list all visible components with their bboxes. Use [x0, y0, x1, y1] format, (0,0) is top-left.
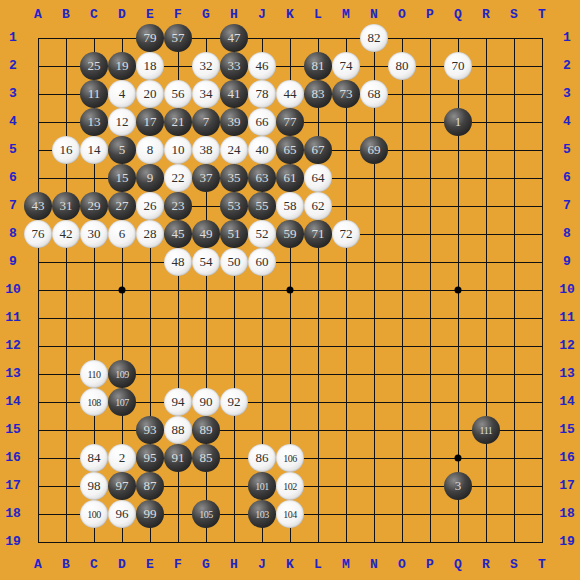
col-label: B — [52, 553, 80, 577]
move-number: 31 — [60, 198, 73, 214]
move-number: 82 — [368, 30, 381, 46]
col-label: Q — [444, 553, 472, 577]
move-number: 14 — [88, 142, 101, 158]
stone-black-35: 35 — [220, 164, 248, 192]
row-label: 11 — [554, 304, 580, 332]
move-number: 83 — [312, 86, 325, 102]
move-number: 51 — [228, 226, 241, 242]
move-number: 93 — [144, 422, 157, 438]
stone-white-24: 24 — [220, 136, 248, 164]
stone-black-71: 71 — [304, 220, 332, 248]
row-label: 1 — [554, 24, 580, 52]
move-number: 18 — [144, 58, 157, 74]
move-number: 15 — [116, 170, 129, 186]
stone-white-96: 96 — [108, 500, 136, 528]
col-label: G — [192, 553, 220, 577]
move-number: 63 — [256, 170, 269, 186]
move-number: 110 — [87, 369, 100, 380]
row-label: 7 — [0, 192, 26, 220]
move-number: 94 — [172, 394, 185, 410]
stone-black-61: 61 — [276, 164, 304, 192]
row-label: 14 — [0, 388, 26, 416]
stone-white-8: 8 — [136, 136, 164, 164]
move-number: 49 — [200, 226, 213, 242]
row-label: 13 — [554, 360, 580, 388]
stone-white-2: 2 — [108, 444, 136, 472]
move-number: 22 — [172, 170, 185, 186]
move-number: 62 — [312, 198, 325, 214]
stone-white-50: 50 — [220, 248, 248, 276]
stone-black-39: 39 — [220, 108, 248, 136]
stone-black-111: 111 — [472, 416, 500, 444]
row-label: 13 — [0, 360, 26, 388]
move-number: 25 — [88, 58, 101, 74]
stone-white-64: 64 — [304, 164, 332, 192]
row-label: 16 — [0, 444, 26, 472]
col-label: P — [416, 553, 444, 577]
stone-white-104: 104 — [276, 500, 304, 528]
stone-white-34: 34 — [192, 80, 220, 108]
move-number: 38 — [200, 142, 213, 158]
move-number: 69 — [368, 142, 381, 158]
go-board: ABCDEFGHJKLMNOPQRST ABCDEFGHJKLMNOPQRST … — [0, 0, 580, 580]
move-number: 65 — [284, 142, 297, 158]
stone-black-51: 51 — [220, 220, 248, 248]
move-number: 77 — [284, 114, 297, 130]
stone-white-12: 12 — [108, 108, 136, 136]
stone-black-109: 109 — [108, 360, 136, 388]
stone-white-52: 52 — [248, 220, 276, 248]
move-number: 7 — [203, 114, 210, 130]
stone-white-88: 88 — [164, 416, 192, 444]
stone-white-68: 68 — [360, 80, 388, 108]
move-number: 79 — [144, 30, 157, 46]
stone-white-76: 76 — [24, 220, 52, 248]
row-labels-right: 12345678910111213141516171819 — [554, 24, 580, 556]
stone-white-42: 42 — [52, 220, 80, 248]
move-number: 9 — [147, 170, 154, 186]
stone-black-27: 27 — [108, 192, 136, 220]
row-label: 12 — [0, 332, 26, 360]
stone-white-20: 20 — [136, 80, 164, 108]
move-number: 8 — [147, 142, 154, 158]
row-label: 2 — [554, 52, 580, 80]
move-number: 91 — [172, 450, 185, 466]
stone-white-98: 98 — [80, 472, 108, 500]
stone-black-9: 9 — [136, 164, 164, 192]
stone-white-110: 110 — [80, 360, 108, 388]
stone-black-59: 59 — [276, 220, 304, 248]
move-number: 96 — [116, 506, 129, 522]
row-label: 9 — [0, 248, 26, 276]
stone-white-26: 26 — [136, 192, 164, 220]
stone-black-25: 25 — [80, 52, 108, 80]
move-number: 55 — [256, 198, 269, 214]
stone-white-28: 28 — [136, 220, 164, 248]
board-grid[interactable]: 1234567891011121314151617181920212223242… — [24, 24, 556, 556]
move-number: 76 — [32, 226, 45, 242]
move-number: 24 — [228, 142, 241, 158]
stone-white-16: 16 — [52, 136, 80, 164]
move-number: 33 — [228, 58, 241, 74]
move-number: 81 — [312, 58, 325, 74]
stone-black-69: 69 — [360, 136, 388, 164]
move-number: 11 — [88, 86, 101, 102]
move-number: 19 — [116, 58, 129, 74]
move-number: 80 — [396, 58, 409, 74]
move-number: 111 — [480, 425, 493, 436]
move-number: 28 — [144, 226, 157, 242]
row-label: 3 — [0, 80, 26, 108]
row-label: 9 — [554, 248, 580, 276]
stone-black-105: 105 — [192, 500, 220, 528]
move-number: 20 — [144, 86, 157, 102]
move-number: 27 — [116, 198, 129, 214]
row-label: 6 — [0, 164, 26, 192]
move-number: 85 — [200, 450, 213, 466]
move-number: 32 — [200, 58, 213, 74]
col-label: C — [80, 553, 108, 577]
stone-black-93: 93 — [136, 416, 164, 444]
move-number: 53 — [228, 198, 241, 214]
stone-black-29: 29 — [80, 192, 108, 220]
stone-black-81: 81 — [304, 52, 332, 80]
stone-black-47: 47 — [220, 24, 248, 52]
stone-white-94: 94 — [164, 388, 192, 416]
stone-black-99: 99 — [136, 500, 164, 528]
stone-black-97: 97 — [108, 472, 136, 500]
stone-black-33: 33 — [220, 52, 248, 80]
move-number: 44 — [284, 86, 297, 102]
row-label: 14 — [554, 388, 580, 416]
stone-white-108: 108 — [80, 388, 108, 416]
row-label: 18 — [554, 500, 580, 528]
row-label: 3 — [554, 80, 580, 108]
move-number: 50 — [228, 254, 241, 270]
move-number: 41 — [228, 86, 241, 102]
row-label: 16 — [554, 444, 580, 472]
stone-black-67: 67 — [304, 136, 332, 164]
stone-white-48: 48 — [164, 248, 192, 276]
stone-white-10: 10 — [164, 136, 192, 164]
stone-white-14: 14 — [80, 136, 108, 164]
move-number: 105 — [199, 509, 213, 520]
stone-black-7: 7 — [192, 108, 220, 136]
stone-black-65: 65 — [276, 136, 304, 164]
move-number: 35 — [228, 170, 241, 186]
row-label: 18 — [0, 500, 26, 528]
move-number: 106 — [283, 453, 297, 464]
stone-black-17: 17 — [136, 108, 164, 136]
move-number: 16 — [60, 142, 73, 158]
col-label: M — [332, 553, 360, 577]
stone-black-95: 95 — [136, 444, 164, 472]
stone-black-15: 15 — [108, 164, 136, 192]
move-number: 109 — [115, 369, 129, 380]
col-label: F — [164, 553, 192, 577]
stone-black-63: 63 — [248, 164, 276, 192]
stone-white-92: 92 — [220, 388, 248, 416]
move-number: 86 — [256, 450, 269, 466]
move-number: 58 — [284, 198, 297, 214]
col-label: A — [24, 553, 52, 577]
row-label: 6 — [554, 164, 580, 192]
stone-black-53: 53 — [220, 192, 248, 220]
stone-black-37: 37 — [192, 164, 220, 192]
stone-black-103: 103 — [248, 500, 276, 528]
move-number: 1 — [455, 114, 462, 130]
stone-white-22: 22 — [164, 164, 192, 192]
col-label: H — [220, 553, 248, 577]
stone-black-1: 1 — [444, 108, 472, 136]
stone-black-57: 57 — [164, 24, 192, 52]
move-number: 57 — [172, 30, 185, 46]
stone-black-43: 43 — [24, 192, 52, 220]
stone-white-80: 80 — [388, 52, 416, 80]
stone-white-70: 70 — [444, 52, 472, 80]
row-label: 15 — [0, 416, 26, 444]
stone-white-6: 6 — [108, 220, 136, 248]
move-number: 67 — [312, 142, 325, 158]
stone-black-55: 55 — [248, 192, 276, 220]
move-number: 72 — [340, 226, 353, 242]
stone-white-4: 4 — [108, 80, 136, 108]
stone-white-46: 46 — [248, 52, 276, 80]
stone-black-85: 85 — [192, 444, 220, 472]
move-number: 45 — [172, 226, 185, 242]
move-number: 98 — [88, 478, 101, 494]
stone-black-11: 11 — [80, 80, 108, 108]
move-number: 71 — [312, 226, 325, 242]
move-number: 52 — [256, 226, 269, 242]
move-number: 60 — [256, 254, 269, 270]
move-number: 2 — [119, 450, 126, 466]
stone-black-5: 5 — [108, 136, 136, 164]
stone-black-87: 87 — [136, 472, 164, 500]
move-number: 64 — [312, 170, 325, 186]
move-number: 97 — [116, 478, 129, 494]
move-number: 47 — [228, 30, 241, 46]
row-label: 4 — [0, 108, 26, 136]
move-number: 104 — [283, 509, 297, 520]
move-number: 54 — [200, 254, 213, 270]
stone-black-3: 3 — [444, 472, 472, 500]
move-number: 6 — [119, 226, 126, 242]
move-number: 5 — [119, 142, 126, 158]
move-number: 92 — [228, 394, 241, 410]
row-label: 10 — [0, 276, 26, 304]
row-label: 1 — [0, 24, 26, 52]
col-label: O — [388, 553, 416, 577]
stone-white-58: 58 — [276, 192, 304, 220]
move-number: 108 — [87, 397, 101, 408]
col-label: D — [108, 553, 136, 577]
stone-white-56: 56 — [164, 80, 192, 108]
move-number: 100 — [87, 509, 101, 520]
row-label: 15 — [554, 416, 580, 444]
row-label: 7 — [554, 192, 580, 220]
stone-white-40: 40 — [248, 136, 276, 164]
move-number: 12 — [116, 114, 129, 130]
stone-black-73: 73 — [332, 80, 360, 108]
move-number: 42 — [60, 226, 73, 242]
col-label: L — [304, 553, 332, 577]
row-label: 5 — [0, 136, 26, 164]
stone-black-101: 101 — [248, 472, 276, 500]
stone-white-106: 106 — [276, 444, 304, 472]
stone-black-91: 91 — [164, 444, 192, 472]
move-number: 101 — [255, 481, 269, 492]
row-label: 12 — [554, 332, 580, 360]
move-number: 66 — [256, 114, 269, 130]
stone-white-66: 66 — [248, 108, 276, 136]
move-number: 59 — [284, 226, 297, 242]
move-number: 87 — [144, 478, 157, 494]
move-number: 90 — [200, 394, 213, 410]
stone-white-74: 74 — [332, 52, 360, 80]
move-number: 37 — [200, 170, 213, 186]
move-number: 46 — [256, 58, 269, 74]
row-label: 4 — [554, 108, 580, 136]
col-label: R — [472, 553, 500, 577]
move-number: 3 — [455, 478, 462, 494]
move-number: 40 — [256, 142, 269, 158]
col-label: S — [500, 553, 528, 577]
stone-white-38: 38 — [192, 136, 220, 164]
stone-white-84: 84 — [80, 444, 108, 472]
move-number: 4 — [119, 86, 126, 102]
row-label: 2 — [0, 52, 26, 80]
stone-white-100: 100 — [80, 500, 108, 528]
move-number: 29 — [88, 198, 101, 214]
col-label: N — [360, 553, 388, 577]
row-label: 5 — [554, 136, 580, 164]
move-number: 68 — [368, 86, 381, 102]
stone-black-45: 45 — [164, 220, 192, 248]
move-number: 21 — [172, 114, 185, 130]
stone-black-83: 83 — [304, 80, 332, 108]
move-number: 103 — [255, 509, 269, 520]
move-number: 61 — [284, 170, 297, 186]
move-number: 102 — [283, 481, 297, 492]
row-label: 8 — [554, 220, 580, 248]
stone-white-32: 32 — [192, 52, 220, 80]
col-label: E — [136, 553, 164, 577]
row-labels-left: 12345678910111213141516171819 — [0, 24, 26, 556]
stone-white-30: 30 — [80, 220, 108, 248]
move-number: 78 — [256, 86, 269, 102]
move-number: 30 — [88, 226, 101, 242]
move-number: 26 — [144, 198, 157, 214]
col-label: J — [248, 553, 276, 577]
move-number: 23 — [172, 198, 185, 214]
col-label: T — [528, 553, 556, 577]
move-number: 13 — [88, 114, 101, 130]
stone-black-23: 23 — [164, 192, 192, 220]
stone-black-21: 21 — [164, 108, 192, 136]
column-labels-bottom: ABCDEFGHJKLMNOPQRST — [24, 553, 556, 577]
stone-black-49: 49 — [192, 220, 220, 248]
stone-white-82: 82 — [360, 24, 388, 52]
stone-white-90: 90 — [192, 388, 220, 416]
stone-white-78: 78 — [248, 80, 276, 108]
col-label: K — [276, 553, 304, 577]
row-label: 10 — [554, 276, 580, 304]
row-label: 19 — [0, 528, 26, 556]
move-number: 99 — [144, 506, 157, 522]
move-number: 89 — [200, 422, 213, 438]
move-number: 107 — [115, 397, 129, 408]
move-number: 88 — [172, 422, 185, 438]
move-number: 74 — [340, 58, 353, 74]
stone-black-77: 77 — [276, 108, 304, 136]
move-number: 39 — [228, 114, 241, 130]
move-number: 70 — [452, 58, 465, 74]
stone-white-54: 54 — [192, 248, 220, 276]
stone-white-86: 86 — [248, 444, 276, 472]
move-number: 95 — [144, 450, 157, 466]
move-number: 84 — [88, 450, 101, 466]
stone-white-72: 72 — [332, 220, 360, 248]
stone-black-19: 19 — [108, 52, 136, 80]
move-number: 34 — [200, 86, 213, 102]
stone-white-60: 60 — [248, 248, 276, 276]
row-label: 11 — [0, 304, 26, 332]
row-label: 19 — [554, 528, 580, 556]
move-number: 56 — [172, 86, 185, 102]
stone-black-41: 41 — [220, 80, 248, 108]
row-label: 8 — [0, 220, 26, 248]
move-number: 48 — [172, 254, 185, 270]
move-number: 43 — [32, 198, 45, 214]
row-label: 17 — [554, 472, 580, 500]
stone-black-79: 79 — [136, 24, 164, 52]
move-number: 73 — [340, 86, 353, 102]
stone-white-62: 62 — [304, 192, 332, 220]
move-number: 10 — [172, 142, 185, 158]
row-label: 17 — [0, 472, 26, 500]
stone-black-31: 31 — [52, 192, 80, 220]
stone-white-18: 18 — [136, 52, 164, 80]
stone-black-107: 107 — [108, 388, 136, 416]
stone-black-13: 13 — [80, 108, 108, 136]
stone-white-102: 102 — [276, 472, 304, 500]
move-number: 17 — [144, 114, 157, 130]
stone-black-89: 89 — [192, 416, 220, 444]
stone-white-44: 44 — [276, 80, 304, 108]
